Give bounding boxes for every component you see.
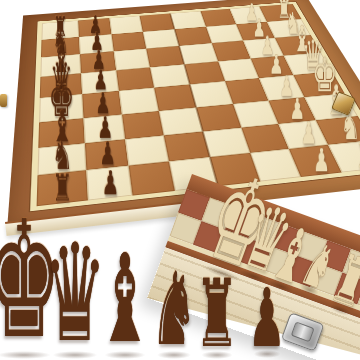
product-photo: ♜♟♟♜♞♟♟♞♝♟♟♝♛♟♟♛♚♟♟♚♝♟♟♝♞♟♟♞♜♟♟♜ ♚♛♝♞♜ ♚…	[0, 0, 360, 360]
dark-bishop-standing: ♝	[97, 242, 154, 358]
dark-rook-standing: ♜	[195, 269, 239, 358]
dark-knight-standing: ♞	[150, 262, 197, 358]
foreground-pieces: ♚♛♝♞♜♟	[0, 0, 360, 360]
dark-pawn-standing: ♟	[248, 280, 286, 357]
